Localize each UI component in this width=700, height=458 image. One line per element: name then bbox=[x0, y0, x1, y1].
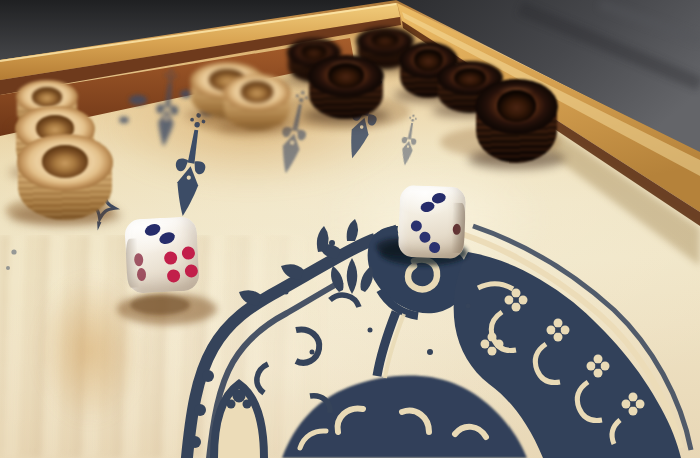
left-die-top-pip bbox=[143, 221, 162, 237]
left-die-side-pip bbox=[136, 267, 146, 280]
right-die-front-pip bbox=[419, 231, 430, 242]
right-die-front-pip bbox=[410, 220, 421, 231]
light-checker[interactable] bbox=[17, 134, 113, 220]
backgammon-board-photo bbox=[0, 0, 700, 458]
checker-hole bbox=[328, 63, 364, 87]
left-die-front-pip bbox=[184, 264, 198, 278]
pieces-layer bbox=[0, 0, 700, 458]
right-die-top-pip bbox=[420, 200, 436, 213]
dark-checker[interactable] bbox=[475, 79, 558, 163]
checker-hole bbox=[241, 81, 274, 102]
right-die[interactable] bbox=[398, 185, 466, 259]
checker-hole bbox=[42, 145, 88, 178]
left-die[interactable] bbox=[124, 216, 200, 294]
right-die-side-pip bbox=[453, 223, 461, 234]
right-die-front-pip bbox=[428, 241, 439, 252]
checker-hole bbox=[32, 87, 62, 107]
left-die-front-pip bbox=[166, 269, 180, 283]
light-checker[interactable] bbox=[223, 74, 291, 130]
left-die-front-pip bbox=[163, 251, 177, 265]
left-die-front-pip bbox=[181, 246, 195, 260]
checker-hole bbox=[497, 90, 537, 122]
left-die-side-pip bbox=[133, 253, 143, 266]
left-die-top-pip bbox=[158, 230, 177, 246]
dark-checker[interactable] bbox=[308, 55, 384, 119]
